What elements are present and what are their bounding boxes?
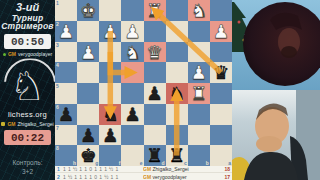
square-g5[interactable] xyxy=(77,83,99,104)
player-top-title-badge: GM xyxy=(8,51,16,57)
square-h7[interactable]: 7 xyxy=(55,125,77,146)
black-pawn-g7[interactable]: ♟ xyxy=(77,125,99,146)
square-c4[interactable] xyxy=(166,62,188,83)
square-f2[interactable]: ♟ xyxy=(99,21,121,42)
square-d3[interactable]: ♛ xyxy=(144,42,166,63)
webcam-top-player xyxy=(232,0,320,90)
square-h3[interactable]: 3 xyxy=(55,42,77,63)
site-label: lichess.org xyxy=(0,110,55,119)
square-g7[interactable]: ♟ xyxy=(77,125,99,146)
white-pawn-a2[interactable]: ♟ xyxy=(210,21,232,42)
webcam-top-video xyxy=(232,0,320,90)
square-f1[interactable] xyxy=(99,0,121,21)
rank-coordinate: 8 xyxy=(56,145,59,151)
square-h6[interactable]: 6♟ xyxy=(55,104,77,125)
square-f4[interactable] xyxy=(99,62,121,83)
standings-row-2[interactable]: 21 ½ 1 1 1 1 0 1 ½ 1 1GM verygoodplayer1… xyxy=(55,173,232,180)
rank-coordinate: 5 xyxy=(56,83,59,89)
white-queen-d3[interactable]: ♛ xyxy=(144,42,166,63)
white-pawn-h2[interactable]: ♟ xyxy=(55,21,77,42)
square-d2[interactable] xyxy=(144,21,166,42)
square-b2[interactable] xyxy=(188,21,210,42)
square-e7[interactable] xyxy=(121,125,143,146)
player-bottom-name: Zhigalko_Sergei xyxy=(17,121,53,127)
white-king-g1[interactable]: ♚ xyxy=(77,0,99,21)
online-dot-icon xyxy=(3,53,6,56)
standings-rank: 2 xyxy=(57,174,61,180)
player-top-name: verygoodplayer xyxy=(18,51,52,57)
square-h2[interactable]: 2♟ xyxy=(55,21,77,42)
rank-coordinate: 4 xyxy=(56,62,59,68)
standings-scores: 1 1 ½ 1 1 0 1 1 1 ½ 1 xyxy=(63,166,141,172)
square-g4[interactable] xyxy=(77,62,99,83)
square-b8[interactable]: b xyxy=(188,145,210,166)
square-f7[interactable]: ♟ xyxy=(99,125,121,146)
square-g1[interactable]: ♚ xyxy=(77,0,99,21)
square-f6[interactable]: ♞ xyxy=(99,104,121,125)
black-pawn-e6[interactable]: ♟ xyxy=(121,104,143,125)
tournament-title-line3: Стримеров xyxy=(0,22,55,31)
white-rook-b5[interactable]: ♜ xyxy=(188,83,210,104)
square-d6[interactable] xyxy=(144,104,166,125)
square-f3[interactable] xyxy=(99,42,121,63)
square-a2[interactable]: ♟ xyxy=(210,21,232,42)
square-g3[interactable]: ♟ xyxy=(77,42,99,63)
clock-white-value: 00:50 xyxy=(11,36,44,48)
square-b4[interactable]: ♟ xyxy=(188,62,210,83)
square-e8[interactable]: e xyxy=(121,145,143,166)
square-e2[interactable]: ♟ xyxy=(121,21,143,42)
square-g6[interactable] xyxy=(77,104,99,125)
black-king-g8[interactable]: ♚ xyxy=(77,145,99,166)
standings-scores: 1 ½ 1 1 1 1 0 1 ½ 1 1 xyxy=(63,174,141,180)
clock-white-player: 00:50 xyxy=(4,34,51,49)
black-knight-c5[interactable]: ♞ xyxy=(166,83,188,104)
webcam-bottom-video xyxy=(232,90,320,180)
webcam-bottom-player xyxy=(232,90,320,180)
black-rook-c8[interactable]: ♜ xyxy=(166,145,188,166)
time-control-value: 3+2 xyxy=(0,168,55,176)
clock-black-player-active: 00:22 xyxy=(4,130,51,145)
square-h8[interactable]: 8h xyxy=(55,145,77,166)
streamer-beard xyxy=(281,46,297,58)
square-e3[interactable]: ♞ xyxy=(121,42,143,63)
black-queen-a4[interactable]: ♛ xyxy=(210,62,232,83)
lichess-logo: ♘ xyxy=(0,60,55,112)
square-c1[interactable] xyxy=(166,0,188,21)
square-b1[interactable]: ♞ xyxy=(188,0,210,21)
streamer2-hand xyxy=(256,136,282,152)
square-h4[interactable]: 4 xyxy=(55,62,77,83)
black-pawn-f7[interactable]: ♟ xyxy=(99,125,121,146)
standings-row-1[interactable]: 11 1 ½ 1 1 0 1 1 1 ½ 1GM Zhigalko_Sergei… xyxy=(55,166,232,173)
square-a3[interactable] xyxy=(210,42,232,63)
white-pawn-b4[interactable]: ♟ xyxy=(188,62,210,83)
white-pawn-g3[interactable]: ♟ xyxy=(77,42,99,63)
white-rook-d1[interactable]: ♜ xyxy=(144,0,166,21)
square-h1[interactable]: 1 xyxy=(55,0,77,21)
standings-total: 18 xyxy=(224,166,230,172)
white-knight-b1[interactable]: ♞ xyxy=(188,0,210,21)
streamer-icon xyxy=(1,122,5,126)
rank-coordinate: 3 xyxy=(56,42,59,48)
square-d8[interactable]: d♜ xyxy=(144,145,166,166)
chess-board[interactable]: 1♚♜♞2♟♟♟♟3♟♞♛4♟♛5♟♞♜6♟♞♟7♟♟8hg♚fed♜c♜ba xyxy=(55,0,232,166)
stream-sidebar: 3-ий Турнир Стримеров 00:50 GM verygoodp… xyxy=(0,0,55,180)
square-b3[interactable] xyxy=(188,42,210,63)
white-knight-e3[interactable]: ♞ xyxy=(121,42,143,63)
square-a7[interactable] xyxy=(210,125,232,146)
square-c2[interactable] xyxy=(166,21,188,42)
standings-rank: 1 xyxy=(57,166,61,172)
black-pawn-d5[interactable]: ♟ xyxy=(144,83,166,104)
square-f8[interactable]: f xyxy=(99,145,121,166)
square-a4[interactable]: ♛ xyxy=(210,62,232,83)
time-control: Контроль: 3+2 xyxy=(0,159,55,176)
standings-player: GM verygoodplayer xyxy=(143,174,222,180)
square-c8[interactable]: c♜ xyxy=(166,145,188,166)
standings-player: GM Zhigalko_Sergei xyxy=(143,166,222,172)
square-e5[interactable] xyxy=(121,83,143,104)
square-c6[interactable] xyxy=(166,104,188,125)
black-knight-f6[interactable]: ♞ xyxy=(99,104,121,125)
square-d5[interactable]: ♟ xyxy=(144,83,166,104)
square-b6[interactable] xyxy=(188,104,210,125)
player-top: GM verygoodplayer xyxy=(0,51,55,57)
black-rook-d8[interactable]: ♜ xyxy=(144,145,166,166)
square-c7[interactable] xyxy=(166,125,188,146)
square-g8[interactable]: g♚ xyxy=(77,145,99,166)
square-c5[interactable]: ♞ xyxy=(166,83,188,104)
clock-black-value: 00:22 xyxy=(11,132,44,144)
player-bottom: GM Zhigalko_Sergei xyxy=(0,121,55,127)
square-a5[interactable] xyxy=(210,83,232,104)
square-d4[interactable] xyxy=(144,62,166,83)
square-e1[interactable] xyxy=(121,0,143,21)
tournament-title-line1: 3-ий xyxy=(0,2,55,14)
standings-total: 17 xyxy=(224,174,230,180)
square-a6[interactable] xyxy=(210,104,232,125)
square-d7[interactable] xyxy=(144,125,166,146)
square-b7[interactable] xyxy=(188,125,210,146)
tournament-title: 3-ий Турнир Стримеров xyxy=(0,2,55,31)
stream-frame: 3-ий Турнир Стримеров 00:50 GM verygoodp… xyxy=(0,0,320,180)
white-pawn-f2[interactable]: ♟ xyxy=(99,21,121,42)
square-a8[interactable]: a xyxy=(210,145,232,166)
white-pawn-e2[interactable]: ♟ xyxy=(121,21,143,42)
square-e4[interactable] xyxy=(121,62,143,83)
tournament-standings: 11 1 ½ 1 1 0 1 1 1 ½ 1GM Zhigalko_Sergei… xyxy=(55,166,232,180)
rank-coordinate: 1 xyxy=(56,0,59,6)
square-f5[interactable] xyxy=(99,83,121,104)
player-bottom-title-badge: GM xyxy=(7,121,15,127)
square-b5[interactable]: ♜ xyxy=(188,83,210,104)
square-g2[interactable] xyxy=(77,21,99,42)
time-control-label: Контроль: xyxy=(0,159,55,167)
square-a1[interactable] xyxy=(210,0,232,21)
square-d1[interactable]: ♜ xyxy=(144,0,166,21)
rank-coordinate: 7 xyxy=(56,125,59,131)
square-c3[interactable] xyxy=(166,42,188,63)
square-e6[interactable]: ♟ xyxy=(121,104,143,125)
black-pawn-h6[interactable]: ♟ xyxy=(55,104,77,125)
square-h5[interactable]: 5 xyxy=(55,83,77,104)
